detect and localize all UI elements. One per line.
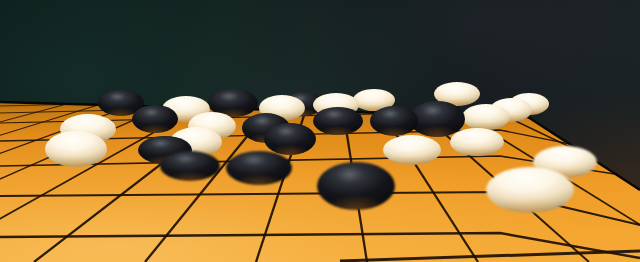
- go-board-photo: [0, 0, 640, 262]
- goban: [0, 0, 640, 262]
- board-surface: [0, 0, 640, 262]
